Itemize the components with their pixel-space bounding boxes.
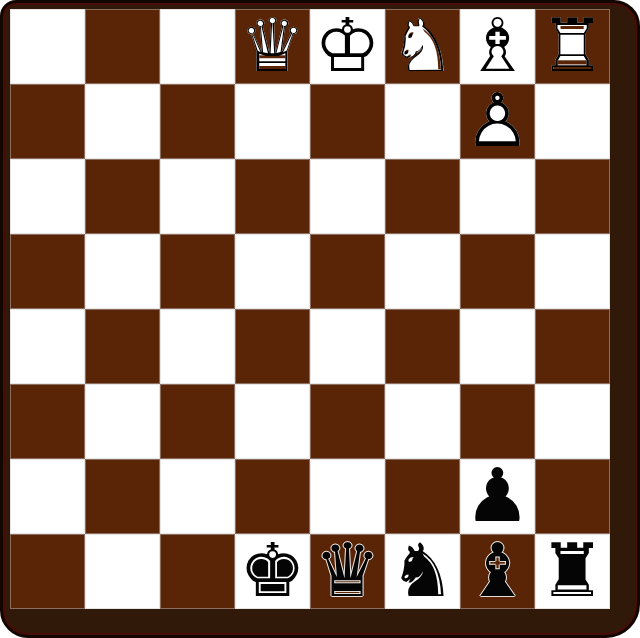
- square-g6[interactable]: [460, 159, 535, 234]
- pawn-outline-glyph: ♙: [460, 84, 535, 159]
- square-d3[interactable]: [235, 384, 310, 459]
- piece-white-knight[interactable]: ♞♘: [385, 9, 460, 84]
- king-fill-glyph: ♚: [235, 534, 310, 609]
- piece-white-bishop[interactable]: ♝♗: [460, 9, 535, 84]
- square-e5[interactable]: [310, 234, 385, 309]
- square-h5[interactable]: [535, 234, 610, 309]
- square-d5[interactable]: [235, 234, 310, 309]
- square-h8[interactable]: ♜♖: [535, 9, 610, 84]
- square-b5[interactable]: [85, 234, 160, 309]
- square-b8[interactable]: [85, 9, 160, 84]
- square-a4[interactable]: [10, 309, 85, 384]
- square-c5[interactable]: [160, 234, 235, 309]
- square-d7[interactable]: [235, 84, 310, 159]
- square-c6[interactable]: [160, 159, 235, 234]
- piece-black-knight[interactable]: ♞: [385, 534, 460, 609]
- square-d8[interactable]: ♛♕: [235, 9, 310, 84]
- square-e7[interactable]: [310, 84, 385, 159]
- square-f8[interactable]: ♞♘: [385, 9, 460, 84]
- square-h1[interactable]: ♜: [535, 534, 610, 609]
- square-f3[interactable]: [385, 384, 460, 459]
- piece-black-queen[interactable]: ♛: [310, 534, 385, 609]
- square-g7[interactable]: ♟♙: [460, 84, 535, 159]
- square-e3[interactable]: [310, 384, 385, 459]
- knight-outline-glyph: ♘: [385, 9, 460, 84]
- piece-black-king[interactable]: ♚: [235, 534, 310, 609]
- king-outline-glyph: ♔: [310, 9, 385, 84]
- square-g2[interactable]: ♟: [460, 459, 535, 534]
- square-g4[interactable]: [460, 309, 535, 384]
- square-e4[interactable]: [310, 309, 385, 384]
- square-c2[interactable]: [160, 459, 235, 534]
- square-a2[interactable]: [10, 459, 85, 534]
- square-g1[interactable]: ♝: [460, 534, 535, 609]
- square-g5[interactable]: [460, 234, 535, 309]
- queen-fill-glyph: ♛: [310, 534, 385, 609]
- square-a3[interactable]: [10, 384, 85, 459]
- pawn-fill-glyph: ♟: [460, 459, 535, 534]
- square-h4[interactable]: [535, 309, 610, 384]
- square-c3[interactable]: [160, 384, 235, 459]
- square-a6[interactable]: [10, 159, 85, 234]
- square-f7[interactable]: [385, 84, 460, 159]
- piece-black-pawn[interactable]: ♟: [460, 459, 535, 534]
- square-b7[interactable]: [85, 84, 160, 159]
- square-h3[interactable]: [535, 384, 610, 459]
- queen-outline-glyph: ♕: [235, 9, 310, 84]
- square-h2[interactable]: [535, 459, 610, 534]
- chess-board-frame: ♛♕♚♔♞♘♝♗♜♖♟♙♟♚♛♞♝♜: [0, 0, 640, 638]
- square-c8[interactable]: [160, 9, 235, 84]
- square-c1[interactable]: [160, 534, 235, 609]
- square-f6[interactable]: [385, 159, 460, 234]
- square-g3[interactable]: [460, 384, 535, 459]
- square-d2[interactable]: [235, 459, 310, 534]
- square-f4[interactable]: [385, 309, 460, 384]
- square-b3[interactable]: [85, 384, 160, 459]
- square-a7[interactable]: [10, 84, 85, 159]
- piece-white-king[interactable]: ♚♔: [310, 9, 385, 84]
- square-f1[interactable]: ♞: [385, 534, 460, 609]
- square-d6[interactable]: [235, 159, 310, 234]
- square-e2[interactable]: [310, 459, 385, 534]
- square-e6[interactable]: [310, 159, 385, 234]
- square-g8[interactable]: ♝♗: [460, 9, 535, 84]
- rook-fill-glyph: ♜: [535, 534, 610, 609]
- square-c7[interactable]: [160, 84, 235, 159]
- square-b1[interactable]: [85, 534, 160, 609]
- piece-white-queen[interactable]: ♛♕: [235, 9, 310, 84]
- square-c4[interactable]: [160, 309, 235, 384]
- square-e8[interactable]: ♚♔: [310, 9, 385, 84]
- chess-board: ♛♕♚♔♞♘♝♗♜♖♟♙♟♚♛♞♝♜: [10, 9, 610, 609]
- square-d1[interactable]: ♚: [235, 534, 310, 609]
- square-b4[interactable]: [85, 309, 160, 384]
- square-b2[interactable]: [85, 459, 160, 534]
- square-a5[interactable]: [10, 234, 85, 309]
- piece-white-pawn[interactable]: ♟♙: [460, 84, 535, 159]
- rook-outline-glyph: ♖: [535, 9, 610, 84]
- square-d4[interactable]: [235, 309, 310, 384]
- knight-fill-glyph: ♞: [385, 534, 460, 609]
- square-b6[interactable]: [85, 159, 160, 234]
- square-a1[interactable]: [10, 534, 85, 609]
- square-h6[interactable]: [535, 159, 610, 234]
- square-a8[interactable]: [10, 9, 85, 84]
- square-e1[interactable]: ♛: [310, 534, 385, 609]
- piece-black-bishop[interactable]: ♝: [460, 534, 535, 609]
- piece-black-rook[interactable]: ♜: [535, 534, 610, 609]
- bishop-fill-glyph: ♝: [460, 534, 535, 609]
- bishop-outline-glyph: ♗: [460, 9, 535, 84]
- piece-white-rook[interactable]: ♜♖: [535, 9, 610, 84]
- square-f5[interactable]: [385, 234, 460, 309]
- square-h7[interactable]: [535, 84, 610, 159]
- square-f2[interactable]: [385, 459, 460, 534]
